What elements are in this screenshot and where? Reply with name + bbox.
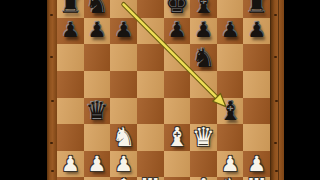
square-c5[interactable] <box>110 71 137 98</box>
square-d1[interactable]: ♜ <box>137 177 164 180</box>
square-c7[interactable]: ♟ <box>110 18 137 45</box>
piece-white-pawn-h2[interactable]: ♟ <box>247 154 266 175</box>
square-g1[interactable]: ♞ <box>217 177 244 180</box>
square-e4[interactable] <box>164 98 191 125</box>
piece-black-knight-b8[interactable]: ♞ <box>85 0 108 17</box>
square-c6[interactable] <box>110 44 137 71</box>
piece-black-pawn-f7[interactable]: ♟ <box>194 20 213 41</box>
square-f5[interactable] <box>190 71 217 98</box>
piece-black-pawn-e7[interactable]: ♟ <box>167 20 186 41</box>
square-e5[interactable] <box>164 71 191 98</box>
square-b7[interactable]: ♟ <box>84 18 111 45</box>
square-h4[interactable] <box>243 98 270 125</box>
square-g4[interactable]: ♝ <box>217 98 244 125</box>
square-a8[interactable]: ♜ <box>57 0 84 18</box>
square-h1[interactable]: ♜ <box>243 177 270 180</box>
piece-white-queen-f3[interactable]: ♛ <box>192 124 215 150</box>
square-c8[interactable] <box>110 0 137 18</box>
square-g3[interactable] <box>217 124 244 151</box>
square-h5[interactable] <box>243 71 270 98</box>
square-e6[interactable] <box>164 44 191 71</box>
square-h8[interactable]: ♜ <box>243 0 270 18</box>
piece-black-pawn-b7[interactable]: ♟ <box>88 20 107 41</box>
piece-white-pawn-g2[interactable]: ♟ <box>221 154 240 175</box>
piece-black-bishop-f8[interactable]: ♝ <box>192 0 215 17</box>
square-e1[interactable] <box>164 177 191 180</box>
square-g8[interactable] <box>217 0 244 18</box>
square-a5[interactable] <box>57 71 84 98</box>
piece-white-king-c1[interactable]: ♚ <box>112 175 135 180</box>
square-a4[interactable] <box>57 98 84 125</box>
square-g5[interactable] <box>217 71 244 98</box>
board-frame-right <box>270 0 284 180</box>
square-a3[interactable] <box>57 124 84 151</box>
square-b5[interactable] <box>84 71 111 98</box>
square-b3[interactable] <box>84 124 111 151</box>
square-h7[interactable]: ♟ <box>243 18 270 45</box>
piece-white-rook-d1[interactable]: ♜ <box>139 175 162 180</box>
square-g7[interactable]: ♟ <box>217 18 244 45</box>
piece-black-knight-f6[interactable]: ♞ <box>192 45 215 71</box>
piece-white-bishop-f1[interactable]: ♝ <box>192 175 215 180</box>
piece-black-rook-h8[interactable]: ♜ <box>245 0 268 17</box>
square-b6[interactable] <box>84 44 111 71</box>
piece-white-bishop-e3[interactable]: ♝ <box>165 124 188 150</box>
square-a6[interactable] <box>57 44 84 71</box>
piece-white-knight-c3[interactable]: ♞ <box>112 124 135 150</box>
piece-white-rook-h1[interactable]: ♜ <box>245 175 268 180</box>
piece-black-king-e8[interactable]: ♚ <box>165 0 188 17</box>
piece-white-pawn-b2[interactable]: ♟ <box>88 154 107 175</box>
square-c3[interactable]: ♞ <box>110 124 137 151</box>
square-b8[interactable]: ♞ <box>84 0 111 18</box>
square-c4[interactable] <box>110 98 137 125</box>
square-a7[interactable]: ♟ <box>57 18 84 45</box>
piece-black-pawn-c7[interactable]: ♟ <box>114 20 133 41</box>
piece-white-pawn-c2[interactable]: ♟ <box>114 154 133 175</box>
square-f7[interactable]: ♟ <box>190 18 217 45</box>
square-h3[interactable] <box>243 124 270 151</box>
square-f8[interactable]: ♝ <box>190 0 217 18</box>
square-b1[interactable] <box>84 177 111 180</box>
square-c1[interactable]: ♚ <box>110 177 137 180</box>
square-b4[interactable]: ♛ <box>84 98 111 125</box>
square-b2[interactable]: ♟ <box>84 151 111 178</box>
square-d5[interactable] <box>137 71 164 98</box>
square-d3[interactable] <box>137 124 164 151</box>
square-d4[interactable] <box>137 98 164 125</box>
square-e2[interactable] <box>164 151 191 178</box>
piece-black-bishop-g4[interactable]: ♝ <box>218 98 241 124</box>
square-d8[interactable] <box>137 0 164 18</box>
square-g6[interactable] <box>217 44 244 71</box>
piece-black-pawn-a7[interactable]: ♟ <box>61 20 80 41</box>
square-a2[interactable]: ♟ <box>57 151 84 178</box>
piece-black-pawn-h7[interactable]: ♟ <box>247 20 266 41</box>
square-h6[interactable] <box>243 44 270 71</box>
square-f3[interactable]: ♛ <box>190 124 217 151</box>
square-f4[interactable] <box>190 98 217 125</box>
square-e8[interactable]: ♚ <box>164 0 191 18</box>
square-d7[interactable] <box>137 18 164 45</box>
square-e3[interactable]: ♝ <box>164 124 191 151</box>
square-d6[interactable] <box>137 44 164 71</box>
piece-black-pawn-g7[interactable]: ♟ <box>221 20 240 41</box>
piece-black-queen-b4[interactable]: ♛ <box>85 98 108 124</box>
square-e7[interactable]: ♟ <box>164 18 191 45</box>
chess-board[interactable]: ♜♞♚♝♜♟♟♟♟♟♟♟♞♛♝♞♝♛♟♟♟♟♟♚♜♝♞♜ <box>57 0 270 180</box>
piece-black-rook-a8[interactable]: ♜ <box>59 0 82 17</box>
video-frame: ♜♞♚♝♜♟♟♟♟♟♟♟♞♛♝♞♝♛♟♟♟♟♟♚♜♝♞♜ <box>0 0 320 180</box>
piece-white-knight-g1[interactable]: ♞ <box>218 175 241 180</box>
square-a1[interactable] <box>57 177 84 180</box>
square-f1[interactable]: ♝ <box>190 177 217 180</box>
piece-white-pawn-a2[interactable]: ♟ <box>61 154 80 175</box>
square-f6[interactable]: ♞ <box>190 44 217 71</box>
